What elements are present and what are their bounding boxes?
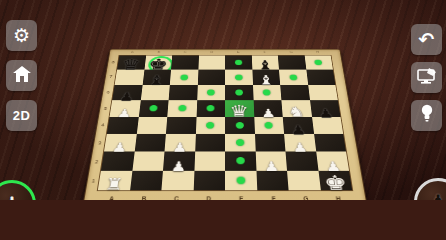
square-d1[interactable] bbox=[193, 170, 225, 190]
black-king-b8[interactable]: ♚ bbox=[148, 57, 169, 71]
file-label-top-D: D bbox=[198, 50, 225, 54]
square-g6[interactable] bbox=[280, 85, 309, 101]
legal-move-dot-d5[interactable] bbox=[207, 105, 215, 111]
square-b2[interactable] bbox=[132, 152, 165, 171]
square-c4[interactable] bbox=[166, 117, 196, 134]
white-pawn-g3[interactable]: ♟ bbox=[292, 141, 308, 154]
settings-button[interactable]: ⚙ bbox=[6, 20, 37, 51]
file-label-top-H: H bbox=[304, 50, 331, 54]
square-e3[interactable] bbox=[225, 134, 255, 152]
legal-move-dot-e7[interactable] bbox=[235, 74, 243, 80]
square-e2[interactable] bbox=[225, 152, 256, 171]
chess-board-scene: ABCDEFGH 87654321 ♛♚♝♝♝♟♟♛♟♞♟♟♟♟♟♟♟♟♜♚ A… bbox=[82, 49, 368, 200]
legal-move-dot-e6[interactable] bbox=[235, 89, 243, 95]
square-d3[interactable] bbox=[195, 134, 225, 152]
square-b5[interactable] bbox=[138, 100, 168, 116]
square-h2[interactable]: ♟ bbox=[316, 152, 349, 171]
square-h5[interactable]: ♟ bbox=[310, 100, 341, 116]
white-pawn-avatar-icon: ♟ bbox=[3, 192, 21, 200]
white-pawn-c3[interactable]: ♟ bbox=[172, 141, 188, 154]
square-g7[interactable] bbox=[279, 70, 308, 85]
lightbulb-icon bbox=[420, 104, 434, 127]
file-label-top-A: A bbox=[119, 50, 146, 54]
file-labels-top: ABCDEFGH bbox=[119, 50, 332, 54]
square-g5[interactable]: ♞ bbox=[281, 100, 311, 116]
file-label-top-F: F bbox=[251, 50, 278, 54]
white-pawn-f5[interactable]: ♟ bbox=[261, 107, 276, 119]
square-b8[interactable]: ♚ bbox=[144, 56, 172, 70]
square-g8[interactable] bbox=[278, 56, 306, 70]
white-queen-e5[interactable]: ♛ bbox=[229, 103, 249, 119]
file-label-top-E: E bbox=[225, 50, 252, 54]
square-a6[interactable]: ♟ bbox=[112, 85, 142, 101]
legal-move-dot-c5[interactable] bbox=[178, 105, 186, 111]
file-label-H: H bbox=[322, 196, 356, 200]
square-e7[interactable] bbox=[225, 70, 253, 85]
white-rook-a1[interactable]: ♜ bbox=[104, 177, 125, 193]
square-h7[interactable] bbox=[306, 70, 335, 85]
file-label-B: B bbox=[127, 196, 160, 200]
square-d7[interactable] bbox=[197, 70, 225, 85]
legal-move-dot-d6[interactable] bbox=[207, 89, 215, 95]
file-label-D: D bbox=[192, 196, 225, 200]
square-d5[interactable] bbox=[196, 100, 225, 116]
undo-arrow-icon: ↶ bbox=[419, 30, 435, 49]
legal-move-dot-h8[interactable] bbox=[314, 60, 322, 66]
legal-move-dot-f4[interactable] bbox=[265, 122, 273, 129]
square-f5[interactable]: ♟ bbox=[253, 100, 283, 116]
legal-move-dot-e4[interactable] bbox=[236, 122, 244, 129]
black-pawn-avatar-icon: ♟ bbox=[429, 190, 446, 200]
file-label-E: E bbox=[225, 196, 258, 200]
white-pawn-c2[interactable]: ♟ bbox=[171, 160, 187, 173]
square-f7[interactable]: ♝ bbox=[252, 70, 280, 85]
file-label-G: G bbox=[289, 196, 322, 200]
home-button[interactable] bbox=[6, 60, 37, 91]
file-label-F: F bbox=[257, 196, 290, 200]
monitor-pencil-icon bbox=[417, 67, 437, 89]
white-king-h1[interactable]: ♚ bbox=[323, 173, 348, 193]
square-c3[interactable]: ♟ bbox=[164, 134, 195, 152]
legal-move-dot-g7[interactable] bbox=[289, 74, 297, 80]
file-label-top-B: B bbox=[145, 50, 172, 54]
square-e8[interactable] bbox=[225, 56, 252, 70]
square-f2[interactable]: ♟ bbox=[255, 152, 287, 171]
square-h8[interactable] bbox=[304, 56, 333, 70]
square-f3[interactable] bbox=[255, 134, 286, 152]
white-bishop-f7[interactable]: ♝ bbox=[257, 74, 274, 87]
file-labels: ABCDEFGH bbox=[95, 196, 356, 200]
square-a1[interactable]: ♜ bbox=[98, 170, 132, 190]
view-2d-button[interactable]: 2D bbox=[6, 100, 37, 131]
black-pawn-g4[interactable]: ♟ bbox=[291, 124, 307, 136]
board-frame: ABCDEFGH 87654321 ♛♚♝♝♝♟♟♛♟♞♟♟♟♟♟♟♟♟♜♚ A… bbox=[82, 49, 368, 200]
legal-move-dot-b5[interactable] bbox=[149, 105, 158, 111]
hint-button[interactable] bbox=[411, 100, 442, 131]
black-pawn-a6[interactable]: ♟ bbox=[119, 91, 134, 102]
file-label-C: C bbox=[160, 196, 193, 200]
black-bishop-b7[interactable]: ♝ bbox=[147, 74, 165, 87]
square-c8[interactable] bbox=[171, 56, 199, 70]
file-label-top-G: G bbox=[278, 50, 305, 54]
square-d2[interactable] bbox=[194, 152, 225, 171]
legal-move-dot-e1[interactable] bbox=[236, 176, 245, 184]
black-bishop-f8[interactable]: ♝ bbox=[257, 59, 274, 71]
square-d4[interactable] bbox=[195, 117, 225, 134]
legal-move-dot-e3[interactable] bbox=[236, 139, 244, 146]
file-label-A: A bbox=[95, 196, 129, 200]
legal-move-dot-e8[interactable] bbox=[235, 60, 243, 66]
square-b3[interactable] bbox=[134, 134, 166, 152]
square-b1[interactable] bbox=[130, 170, 163, 190]
gear-icon: ⚙ bbox=[13, 26, 30, 45]
edit-board-button[interactable] bbox=[411, 62, 442, 93]
square-d6[interactable] bbox=[197, 85, 225, 101]
square-h1[interactable]: ♚ bbox=[318, 170, 352, 190]
legal-move-dot-e2[interactable] bbox=[236, 157, 245, 164]
view-2d-label: 2D bbox=[13, 108, 31, 123]
square-d8[interactable] bbox=[198, 56, 225, 70]
chess-board[interactable]: ♛♚♝♝♝♟♟♛♟♞♟♟♟♟♟♟♟♟♜♚ bbox=[97, 55, 354, 191]
home-icon bbox=[13, 66, 31, 86]
square-f8[interactable]: ♝ bbox=[251, 56, 279, 70]
square-a3[interactable]: ♟ bbox=[104, 134, 136, 152]
file-label-top-C: C bbox=[172, 50, 199, 54]
white-pawn-a3[interactable]: ♟ bbox=[111, 141, 128, 154]
square-h3[interactable] bbox=[314, 134, 346, 152]
square-c5[interactable] bbox=[167, 100, 197, 116]
legal-move-dot-f6[interactable] bbox=[263, 89, 271, 95]
square-h6[interactable] bbox=[308, 85, 338, 101]
white-pawn-a5[interactable]: ♟ bbox=[117, 107, 133, 119]
square-e1[interactable] bbox=[225, 170, 257, 190]
square-e5[interactable]: ♛ bbox=[225, 100, 254, 116]
square-c6[interactable] bbox=[169, 85, 198, 101]
legal-move-dot-d4[interactable] bbox=[206, 122, 214, 129]
black-pawn-h5[interactable]: ♟ bbox=[318, 107, 334, 119]
square-e6[interactable] bbox=[225, 85, 253, 101]
square-a8[interactable]: ♛ bbox=[117, 56, 146, 70]
black-queen-a8[interactable]: ♛ bbox=[121, 58, 141, 72]
white-pawn-f2[interactable]: ♟ bbox=[263, 160, 279, 173]
square-c7[interactable] bbox=[170, 70, 198, 85]
square-g1[interactable] bbox=[287, 170, 320, 190]
undo-button[interactable]: ↶ bbox=[411, 24, 442, 55]
square-b4[interactable] bbox=[136, 117, 167, 134]
white-knight-g5[interactable]: ♞ bbox=[287, 105, 306, 119]
legal-move-dot-c7[interactable] bbox=[180, 74, 188, 80]
